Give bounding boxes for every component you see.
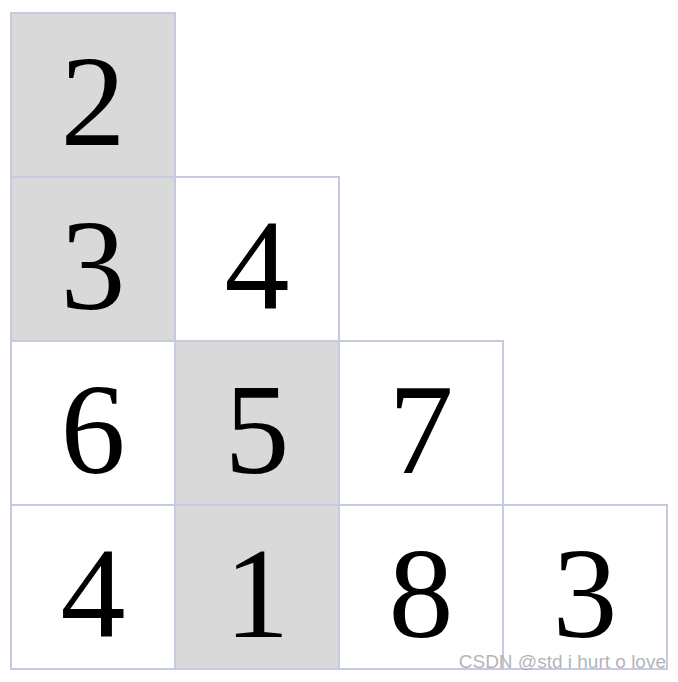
- cell-r2c0: 6: [11, 341, 175, 505]
- cell-r3c0: 4: [11, 505, 175, 669]
- triangle-board: 2 3 4 6 5 7 4 1 8 3: [10, 12, 668, 670]
- board-row-4: 4 1 8 3: [11, 505, 667, 669]
- cell-r3c2: 8: [339, 505, 503, 669]
- cell-r0c0: 2: [11, 13, 175, 177]
- cell-r2c1: 5: [175, 341, 339, 505]
- board-row-3: 6 5 7: [11, 341, 667, 505]
- cell-r1c1: 4: [175, 177, 339, 341]
- board-row-1: 2: [11, 13, 667, 177]
- watermark: CSDN @std i hurt o love: [459, 651, 666, 673]
- cell-r3c1: 1: [175, 505, 339, 669]
- cell-r3c3: 3: [503, 505, 667, 669]
- cell-r1c0: 3: [11, 177, 175, 341]
- board-row-2: 3 4: [11, 177, 667, 341]
- page: 2 3 4 6 5 7 4 1 8 3 CSDN @std i hurt o l…: [0, 0, 678, 682]
- cell-r2c2: 7: [339, 341, 503, 505]
